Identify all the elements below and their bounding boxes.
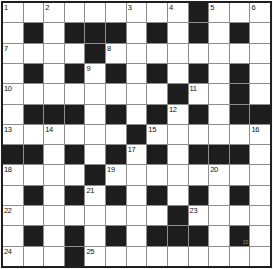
- clue-number-18: 18: [4, 165, 12, 174]
- cell-r9c0[interactable]: [3, 186, 23, 205]
- cell-r4c1[interactable]: [24, 84, 44, 103]
- clue-number-16: 16: [251, 125, 259, 134]
- cell-r6c3[interactable]: [65, 125, 85, 144]
- cell-r12c2[interactable]: [44, 247, 64, 266]
- cell-r7c12[interactable]: [250, 145, 270, 164]
- clue-number-1: 1: [4, 3, 8, 12]
- cell-r6c2[interactable]: 14: [44, 125, 64, 144]
- cell-r1c4: [85, 23, 105, 42]
- cell-r12c5[interactable]: [106, 247, 126, 266]
- cell-r11c7: [147, 226, 167, 245]
- cell-r0c1[interactable]: [24, 3, 44, 22]
- cell-r9c9: [189, 186, 209, 205]
- clue-number-15: 15: [148, 125, 156, 134]
- cell-r1c8[interactable]: [168, 23, 188, 42]
- cell-r5c12: [250, 105, 270, 124]
- clue-number-14: 14: [45, 125, 53, 134]
- cell-r1c6[interactable]: [127, 23, 147, 42]
- cell-r11c11: 15: [230, 226, 250, 245]
- cell-r3c8[interactable]: [168, 64, 188, 83]
- clue-number-20: 20: [210, 165, 218, 174]
- cell-r6c12[interactable]: 16: [250, 125, 270, 144]
- cell-r9c5: [106, 186, 126, 205]
- cell-r0c12[interactable]: 6: [250, 3, 270, 22]
- cell-r5c3: [65, 105, 85, 124]
- cell-r6c5[interactable]: [106, 125, 126, 144]
- cell-r6c11[interactable]: [230, 125, 250, 144]
- cell-r10c4[interactable]: [85, 206, 105, 225]
- cell-r11c9: [189, 226, 209, 245]
- crossword-grid: 1234567891011121314151617181920212223152…: [1, 1, 272, 268]
- cell-r7c5: [106, 145, 126, 164]
- cell-r3c1: [24, 64, 44, 83]
- cell-r7c2[interactable]: [44, 145, 64, 164]
- cell-r6c1[interactable]: [24, 125, 44, 144]
- cell-r11c6[interactable]: [127, 226, 147, 245]
- cell-r12c7[interactable]: [147, 247, 167, 266]
- cell-r9c8[interactable]: [168, 186, 188, 205]
- clue-number-24: 24: [4, 247, 12, 256]
- clue-number-13: 13: [4, 125, 12, 134]
- clue-number-6: 6: [251, 3, 255, 12]
- cell-r10c1[interactable]: [24, 206, 44, 225]
- cell-r12c8[interactable]: [168, 247, 188, 266]
- cell-r12c11[interactable]: [230, 247, 250, 266]
- cell-r10c6[interactable]: [127, 206, 147, 225]
- cell-r2c0[interactable]: 7: [3, 44, 23, 63]
- cell-r1c3: [65, 23, 85, 42]
- cell-r4c5[interactable]: [106, 84, 126, 103]
- cell-r3c9: [189, 64, 209, 83]
- cell-r4c9[interactable]: 11: [189, 84, 209, 103]
- cell-r9c1: [24, 186, 44, 205]
- clue-number-8: 8: [107, 44, 111, 53]
- cell-r11c3: [65, 226, 85, 245]
- cell-r6c4[interactable]: [85, 125, 105, 144]
- cell-r3c10[interactable]: [209, 64, 229, 83]
- clue-number-17: 17: [128, 145, 136, 154]
- cell-r5c4[interactable]: [85, 105, 105, 124]
- cell-r11c12[interactable]: [250, 226, 270, 245]
- cell-r6c0[interactable]: 13: [3, 125, 23, 144]
- cell-r6c6: [127, 125, 147, 144]
- clue-number-19: 19: [107, 165, 115, 174]
- cell-r12c3: [65, 247, 85, 266]
- cell-r6c10[interactable]: [209, 125, 229, 144]
- cell-r12c12[interactable]: [250, 247, 270, 266]
- clue-number-11: 11: [190, 84, 197, 93]
- cell-r5c2: [44, 105, 64, 124]
- cell-r9c3: [65, 186, 85, 205]
- cell-r11c8: [168, 226, 188, 245]
- cell-r1c11: [230, 23, 250, 42]
- cell-r6c7[interactable]: 15: [147, 125, 167, 144]
- cell-r5c7: [147, 105, 167, 124]
- crossword-page: { "game": "crossword", "grid_size": {"ro…: [0, 0, 273, 269]
- cell-r2c1[interactable]: [24, 44, 44, 63]
- cell-r10c10[interactable]: [209, 206, 229, 225]
- cell-r3c12[interactable]: [250, 64, 270, 83]
- cell-r12c0[interactable]: 24: [3, 247, 23, 266]
- cell-r2c7[interactable]: [147, 44, 167, 63]
- cell-r4c2[interactable]: [44, 84, 64, 103]
- cell-r2c12[interactable]: [250, 44, 270, 63]
- cell-r12c4[interactable]: 25: [85, 247, 105, 266]
- cell-r2c9[interactable]: [189, 44, 209, 63]
- cell-r5c5: [106, 105, 126, 124]
- cell-r9c6[interactable]: [127, 186, 147, 205]
- cell-r2c11[interactable]: [230, 44, 250, 63]
- cell-r11c5: [106, 226, 126, 245]
- cell-r10c9[interactable]: 23: [189, 206, 209, 225]
- cell-r10c3[interactable]: [65, 206, 85, 225]
- cell-r7c6[interactable]: 17: [127, 145, 147, 164]
- cell-r5c6[interactable]: [127, 105, 147, 124]
- cell-r11c10[interactable]: [209, 226, 229, 245]
- cell-r7c0: [3, 145, 23, 164]
- cell-r12c6[interactable]: [127, 247, 147, 266]
- cell-r0c4[interactable]: [85, 3, 105, 22]
- cell-r3c2[interactable]: [44, 64, 64, 83]
- cell-r0c5[interactable]: [106, 3, 126, 22]
- cell-r4c7[interactable]: [147, 84, 167, 103]
- cell-r5c1: [24, 105, 44, 124]
- cell-r12c9[interactable]: [189, 247, 209, 266]
- cell-r5c9: [189, 105, 209, 124]
- cell-r8c12[interactable]: [250, 165, 270, 184]
- cell-r11c4[interactable]: [85, 226, 105, 245]
- cell-r10c5[interactable]: [106, 206, 126, 225]
- cell-r3c6[interactable]: [127, 64, 147, 83]
- cell-r2c4: [85, 44, 105, 63]
- cell-r1c5: [106, 23, 126, 42]
- clue-number-4: 4: [169, 3, 173, 12]
- cell-r5c10[interactable]: [209, 105, 229, 124]
- cell-r2c3[interactable]: [65, 44, 85, 63]
- cell-r8c1[interactable]: [24, 165, 44, 184]
- cell-r7c8[interactable]: [168, 145, 188, 164]
- cell-r11c2[interactable]: [44, 226, 64, 245]
- cell-r1c10[interactable]: [209, 23, 229, 42]
- cell-r1c1: [24, 23, 44, 42]
- cell-r8c3[interactable]: [65, 165, 85, 184]
- cell-r7c3: [65, 145, 85, 164]
- cell-r4c8: [168, 84, 188, 103]
- cell-r10c7[interactable]: [147, 206, 167, 225]
- clue-number-3: 3: [128, 3, 132, 12]
- cell-r4c6[interactable]: [127, 84, 147, 103]
- cell-r0c8[interactable]: 4: [168, 3, 188, 22]
- cell-r8c9[interactable]: [189, 165, 209, 184]
- clue-number-2: 2: [45, 3, 49, 12]
- cell-r1c2[interactable]: [44, 23, 64, 42]
- cell-r2c2[interactable]: [44, 44, 64, 63]
- cell-r9c11: [230, 186, 250, 205]
- cell-r2c10[interactable]: [209, 44, 229, 63]
- cell-r8c4: [85, 165, 105, 184]
- cell-r4c11: [230, 84, 250, 103]
- cell-r0c11[interactable]: [230, 3, 250, 22]
- cell-r9c4[interactable]: 21: [85, 186, 105, 205]
- cell-r0c7[interactable]: [147, 3, 167, 22]
- cell-r0c0[interactable]: 1: [3, 3, 23, 22]
- cell-r4c12[interactable]: [250, 84, 270, 103]
- cell-r0c6[interactable]: 3: [127, 3, 147, 22]
- cell-r4c10[interactable]: [209, 84, 229, 103]
- cell-r4c3[interactable]: [65, 84, 85, 103]
- clue-number-9: 9: [86, 64, 90, 73]
- cell-r6c9[interactable]: [189, 125, 209, 144]
- cell-r5c11: [230, 105, 250, 124]
- clue-number-5: 5: [210, 3, 214, 12]
- cell-r7c10: [209, 145, 229, 164]
- cell-r10c2[interactable]: [44, 206, 64, 225]
- cell-r7c9: [189, 145, 209, 164]
- cell-r12c10[interactable]: [209, 247, 229, 266]
- cell-r6c8[interactable]: [168, 125, 188, 144]
- cell-r2c5[interactable]: 8: [106, 44, 126, 63]
- cell-r10c8: [168, 206, 188, 225]
- cell-r1c12[interactable]: [250, 23, 270, 42]
- cell-r11c0[interactable]: [3, 226, 23, 245]
- cell-r8c7[interactable]: [147, 165, 167, 184]
- cell-r10c11[interactable]: [230, 206, 250, 225]
- cell-r0c10[interactable]: 5: [209, 3, 229, 22]
- cell-r3c3: [65, 64, 85, 83]
- cell-r9c2[interactable]: [44, 186, 64, 205]
- cell-r3c11: [230, 64, 250, 83]
- cell-r1c0[interactable]: [3, 23, 23, 42]
- cell-r8c0[interactable]: 18: [3, 165, 23, 184]
- clue-number-21: 21: [86, 186, 94, 195]
- cell-r2c6[interactable]: [127, 44, 147, 63]
- cell-r10c0[interactable]: 22: [3, 206, 23, 225]
- clue-number-12: 12: [169, 105, 177, 114]
- clue-number-25: 25: [86, 247, 94, 256]
- cell-r1c7: [147, 23, 167, 42]
- cell-r3c7: [147, 64, 167, 83]
- cell-r5c0[interactable]: [3, 105, 23, 124]
- cell-r9c7: [147, 186, 167, 205]
- cell-r8c5[interactable]: 19: [106, 165, 126, 184]
- cell-r7c4[interactable]: [85, 145, 105, 164]
- cell-r8c8[interactable]: [168, 165, 188, 184]
- clue-number-23: 23: [190, 206, 198, 215]
- cell-r12c1[interactable]: [24, 247, 44, 266]
- clue-number-7: 7: [4, 44, 8, 53]
- cell-r7c11: [230, 145, 250, 164]
- cell-r3c5: [106, 64, 126, 83]
- cell-r5c8[interactable]: 12: [168, 105, 188, 124]
- cell-r3c0[interactable]: [3, 64, 23, 83]
- cell-r1c9: [189, 23, 209, 42]
- cell-r9c12[interactable]: [250, 186, 270, 205]
- cell-r2c8[interactable]: [168, 44, 188, 63]
- cell-r8c11[interactable]: [230, 165, 250, 184]
- cell-r3c4[interactable]: 9: [85, 64, 105, 83]
- cell-r9c10[interactable]: [209, 186, 229, 205]
- cell-r0c2[interactable]: 2: [44, 3, 64, 22]
- cell-r0c9: [189, 3, 209, 22]
- cell-r7c7: [147, 145, 167, 164]
- clue-number-10: 10: [4, 84, 12, 93]
- clue-number-22: 22: [4, 206, 12, 215]
- cell-r8c6[interactable]: [127, 165, 147, 184]
- cell-r0c3[interactable]: [65, 3, 85, 22]
- cell-r4c0[interactable]: 10: [3, 84, 23, 103]
- cell-r8c10[interactable]: 20: [209, 165, 229, 184]
- cell-r4c4[interactable]: [85, 84, 105, 103]
- watermark-text: 15: [243, 239, 249, 245]
- cell-r7c1: [24, 145, 44, 164]
- cell-r10c12[interactable]: [250, 206, 270, 225]
- cell-r11c1: [24, 226, 44, 245]
- cell-r8c2[interactable]: [44, 165, 64, 184]
